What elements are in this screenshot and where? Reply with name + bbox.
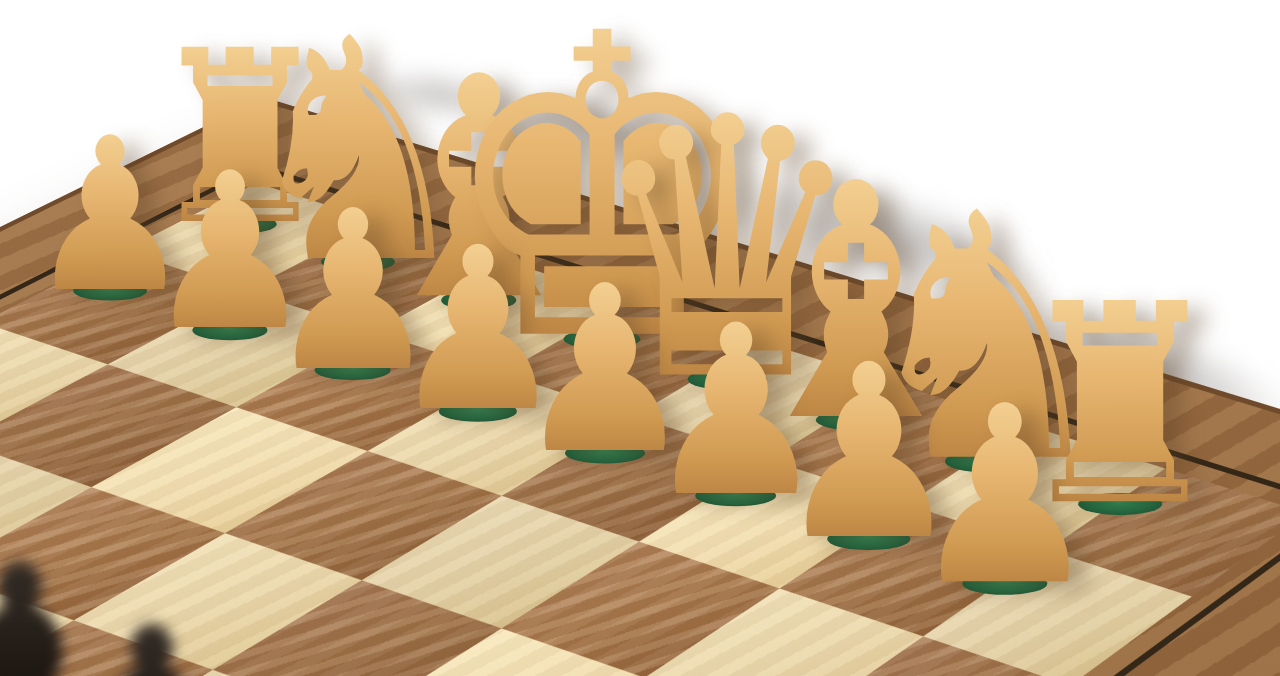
black-pawn-g7-glyph: ♟: [34, 589, 270, 676]
black-pawn-g7[interactable]: ♟: [26, 611, 277, 676]
chess-product-photo: ♜♞♝♛♚♝♞♜♟♟♟♟♟♟♟♟♟♟: [0, 0, 1280, 676]
white-pawn-a2[interactable]: ♟: [903, 392, 1106, 619]
pieces-layer: ♜♞♝♛♚♝♞♜♟♟♟♟♟♟♟♟♟♟: [0, 0, 1280, 676]
white-pawn-a2-glyph: ♟: [909, 374, 1100, 619]
